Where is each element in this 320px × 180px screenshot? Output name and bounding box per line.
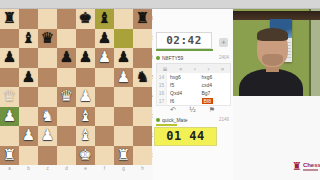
square-g5[interactable]: ♟ — [114, 68, 133, 88]
square-c3[interactable]: ♞ — [38, 107, 57, 127]
square-g3[interactable] — [114, 107, 133, 127]
move-17-black[interactable]: Bf8 — [199, 98, 231, 104]
square-h1[interactable] — [133, 146, 152, 166]
game-action-bar: ↶½⚑ — [156, 105, 229, 115]
logo-text: Chess — [303, 162, 320, 168]
move-row-16: 16Qxd4Bg7 — [157, 89, 230, 97]
square-d2[interactable] — [57, 126, 76, 146]
streamer-beard — [262, 54, 283, 66]
square-d6[interactable]: ♟ — [57, 48, 76, 68]
piece-black-pawn[interactable]: ♟ — [0, 48, 19, 68]
square-d8[interactable] — [57, 9, 76, 29]
square-b3[interactable] — [19, 107, 38, 127]
square-e8[interactable]: ♚ — [76, 9, 95, 29]
first-move-icon[interactable]: « — [179, 64, 183, 73]
square-c2[interactable]: ♟ — [38, 126, 57, 146]
square-g2[interactable] — [114, 126, 133, 146]
move-14-black[interactable]: hxg6 — [199, 74, 231, 80]
square-a5[interactable] — [0, 68, 19, 88]
square-e5[interactable] — [76, 68, 95, 88]
takeback-icon[interactable]: ↶ — [170, 105, 176, 115]
piece-white-pawn[interactable]: ♟ — [19, 126, 38, 146]
next-move-icon[interactable]: › — [207, 64, 209, 73]
player-time-bar — [156, 124, 177, 126]
square-h2[interactable] — [133, 126, 152, 146]
square-b8[interactable] — [19, 9, 38, 29]
draw-offer-icon[interactable]: ½ — [189, 105, 196, 115]
square-c8[interactable] — [38, 9, 57, 29]
player-name[interactable]: quick_Mate — [162, 117, 219, 123]
piece-black-bishop[interactable]: ♝ — [19, 29, 38, 49]
square-h4[interactable] — [133, 87, 152, 107]
ghost-piece-marker: ♛ — [0, 87, 19, 107]
square-g6[interactable]: ♟ — [114, 48, 133, 68]
square-b1[interactable] — [19, 146, 38, 166]
square-f5[interactable] — [95, 68, 114, 88]
square-g4[interactable] — [114, 87, 133, 107]
square-a1[interactable]: ♜ — [0, 146, 19, 166]
opponent-time-bar — [156, 49, 213, 51]
give-more-time-button[interactable]: + — [219, 38, 228, 47]
square-h8[interactable]: ♜ — [133, 9, 152, 29]
square-b5[interactable]: ♟ — [19, 68, 38, 88]
square-f7[interactable]: ♟ — [95, 29, 114, 49]
file-label-h: h — [133, 166, 152, 171]
move-14-white[interactable]: hxg6 — [167, 74, 199, 80]
webcam-video — [233, 9, 320, 96]
chess-board[interactable]: ♜♚♝♜♝♛♟♟♟♟♟♟♟♟♞♛♛♟♟♞♝♟♟♝♜♚♜ — [0, 9, 152, 165]
move-number: 17 — [157, 97, 167, 105]
move-15-white[interactable]: f5 — [167, 82, 199, 88]
piece-black-pawn[interactable]: ♟ — [57, 48, 76, 68]
square-e1[interactable]: ♚ — [76, 146, 95, 166]
square-e4[interactable]: ♟ — [76, 87, 95, 107]
game-panel: 02:42 + N8FTY59 2404 ≡«‹›» 14hxg6hxg615f… — [153, 9, 233, 180]
piece-black-pawn[interactable]: ♟ — [76, 48, 95, 68]
player-row: quick_Mate 2146 — [156, 115, 229, 124]
logo-chess-piece-icon: ♜ — [292, 158, 302, 175]
player-clock-active: 01 44 — [154, 127, 217, 146]
window-top-strip — [0, 0, 320, 9]
square-c5[interactable] — [38, 68, 57, 88]
opponent-name[interactable]: N8FTY59 — [162, 55, 219, 61]
move-list: 14hxg6hxg615f5cxd416Qxd4Bg717f6Bf8 — [156, 73, 231, 106]
square-g7[interactable] — [114, 29, 133, 49]
online-dot — [156, 56, 160, 60]
piece-black-king[interactable]: ♚ — [76, 9, 95, 29]
prev-move-icon[interactable]: ‹ — [194, 64, 196, 73]
square-c7[interactable]: ♛ — [38, 29, 57, 49]
square-e6[interactable]: ♟ — [76, 48, 95, 68]
streamer-torso — [239, 69, 303, 96]
square-e3[interactable]: ♝ — [76, 107, 95, 127]
piece-white-pawn[interactable]: ♟ — [95, 48, 114, 68]
piece-white-queen[interactable]: ♛ — [57, 87, 76, 107]
move-16-white[interactable]: Qxd4 — [167, 90, 199, 96]
square-b7[interactable]: ♝ — [19, 29, 38, 49]
square-g1[interactable]: ♜ — [114, 146, 133, 166]
move-number: 14 — [157, 73, 167, 81]
square-d5[interactable] — [57, 68, 76, 88]
square-e7[interactable] — [76, 29, 95, 49]
move-16-black[interactable]: Bg7 — [199, 90, 231, 96]
square-a3[interactable]: ♟ — [0, 107, 19, 127]
piece-black-rook[interactable]: ♜ — [133, 9, 152, 29]
piece-black-knight[interactable]: ♞ — [133, 68, 152, 88]
menu-icon[interactable]: ≡ — [163, 64, 168, 73]
square-e2[interactable]: ♝ — [76, 126, 95, 146]
square-d7[interactable] — [57, 29, 76, 49]
file-label-a: a — [0, 166, 19, 171]
square-h7[interactable] — [133, 29, 152, 49]
square-c1[interactable] — [38, 146, 57, 166]
file-label-c: c — [38, 166, 57, 171]
square-f8[interactable]: ♝ — [95, 9, 114, 29]
move-row-15: 15f5cxd4 — [157, 81, 230, 89]
square-d3[interactable] — [57, 107, 76, 127]
piece-white-pawn[interactable]: ♟ — [0, 107, 19, 127]
file-label-g: g — [114, 166, 133, 171]
file-label-f: f — [95, 166, 114, 171]
piece-white-pawn[interactable]: ♟ — [38, 126, 57, 146]
piece-black-queen[interactable]: ♛ — [38, 29, 57, 49]
piece-white-knight[interactable]: ♞ — [38, 107, 57, 127]
square-h3[interactable] — [133, 107, 152, 127]
square-a2[interactable] — [0, 126, 19, 146]
square-f3[interactable] — [95, 107, 114, 127]
stream-frame: { "game": "chess", "position": "r3kb1r/1… — [0, 0, 320, 180]
move-17-white[interactable]: f6 — [167, 98, 199, 104]
move-row-14: 14hxg6hxg6 — [157, 73, 230, 81]
square-b2[interactable]: ♟ — [19, 126, 38, 146]
channel-logo: ♜ Chess — [292, 158, 319, 175]
move-15-black[interactable]: cxd4 — [199, 82, 231, 88]
piece-white-bishop[interactable]: ♝ — [76, 107, 95, 127]
square-b4[interactable] — [19, 87, 38, 107]
piece-black-bishop[interactable]: ♝ — [95, 9, 114, 29]
piece-white-pawn[interactable]: ♟ — [76, 87, 95, 107]
square-h5[interactable]: ♞ — [133, 68, 152, 88]
square-a6[interactable]: ♟ — [0, 48, 19, 68]
square-d4[interactable]: ♛ — [57, 87, 76, 107]
piece-black-rook[interactable]: ♜ — [0, 9, 19, 29]
piece-white-bishop[interactable]: ♝ — [76, 126, 95, 146]
player-rating: 2146 — [219, 117, 229, 122]
opponent-clock: 02:42 — [156, 32, 212, 49]
piece-black-pawn[interactable]: ♟ — [95, 29, 114, 49]
file-label-b: b — [19, 166, 38, 171]
square-a8[interactable]: ♜ — [0, 9, 19, 29]
resign-flag-icon[interactable]: ⚑ — [209, 105, 215, 115]
move-number: 16 — [157, 89, 167, 97]
square-g8[interactable] — [114, 9, 133, 29]
online-dot — [156, 118, 160, 122]
opponent-player-row: N8FTY59 2404 — [156, 53, 229, 62]
window-frame — [309, 9, 320, 96]
square-f1[interactable] — [95, 146, 114, 166]
file-label-d: d — [57, 166, 76, 171]
square-d1[interactable] — [57, 146, 76, 166]
square-c4[interactable] — [38, 87, 57, 107]
square-c6[interactable] — [38, 48, 57, 68]
square-a7[interactable] — [0, 29, 19, 49]
file-label-e: e — [76, 166, 95, 171]
move-number: 15 — [157, 81, 167, 89]
square-f2[interactable] — [95, 126, 114, 146]
piece-black-pawn[interactable]: ♟ — [19, 68, 38, 88]
last-move-icon[interactable]: » — [221, 64, 225, 73]
move-row-17: 17f6Bf8 — [157, 97, 230, 105]
streamer-hair — [257, 28, 288, 41]
square-a4[interactable]: ♛ — [0, 87, 19, 107]
square-f4[interactable] — [95, 87, 114, 107]
square-h6[interactable] — [133, 48, 152, 68]
piece-white-pawn[interactable]: ♟ — [114, 68, 133, 88]
square-f6[interactable]: ♟ — [95, 48, 114, 68]
piece-white-rook[interactable]: ♜ — [114, 146, 133, 166]
square-b6[interactable] — [19, 48, 38, 68]
logo-subtext — [303, 169, 318, 171]
piece-white-rook[interactable]: ♜ — [0, 146, 19, 166]
piece-black-pawn[interactable]: ♟ — [114, 48, 133, 68]
piece-white-king[interactable]: ♚ — [76, 146, 95, 166]
opponent-rating: 2404 — [219, 55, 229, 60]
